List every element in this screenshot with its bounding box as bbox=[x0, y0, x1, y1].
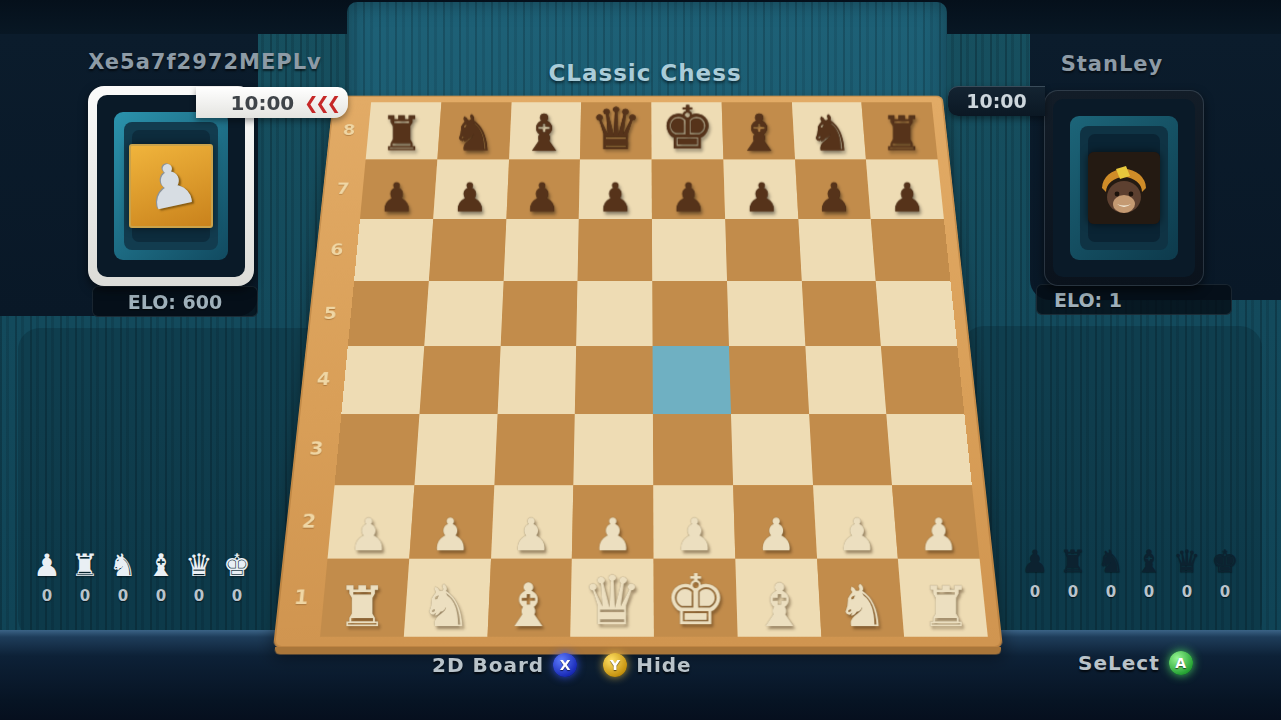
square-f6[interactable] bbox=[725, 219, 801, 281]
square-f5[interactable] bbox=[727, 281, 805, 346]
captured-count: 0 bbox=[80, 587, 90, 605]
square-e2[interactable]: ♟ bbox=[653, 485, 735, 559]
square-f7[interactable]: ♟ bbox=[723, 159, 798, 219]
knight-icon: ♞ bbox=[109, 550, 137, 581]
xbox-a-button-icon[interactable]: A bbox=[1169, 651, 1193, 675]
left-player-avatar: ♟ bbox=[129, 144, 213, 228]
square-b2[interactable]: ♟ bbox=[409, 485, 494, 559]
chimp-avatar-icon bbox=[1088, 152, 1160, 224]
square-e6[interactable] bbox=[652, 219, 727, 281]
square-b3[interactable] bbox=[414, 414, 497, 485]
captured-black-bishop: ♝0 bbox=[1130, 546, 1168, 601]
board-grid[interactable]: ♜♞♝♛♚♝♞♜♟♟♟♟♟♟♟♟♟♟♟♟♟♟♟♟♜♞♝♛♚♝♞♜ bbox=[320, 102, 988, 636]
select-hint[interactable]: SeLect A bbox=[1078, 651, 1193, 675]
piece-black-bishop[interactable]: ♝ bbox=[736, 107, 782, 158]
square-c5[interactable] bbox=[500, 281, 577, 346]
captured-tray-black: ♟0♜0♞0♝0♛0♚0 bbox=[1016, 546, 1244, 601]
left-clock-time: 10:00 bbox=[231, 91, 295, 115]
square-c2[interactable]: ♟ bbox=[491, 485, 574, 559]
queen-icon: ♛ bbox=[185, 550, 213, 581]
square-f1[interactable]: ♝ bbox=[735, 559, 821, 637]
captured-count: 0 bbox=[1144, 583, 1154, 601]
piece-white-queen[interactable]: ♛ bbox=[582, 567, 643, 635]
square-c4[interactable] bbox=[497, 346, 576, 414]
square-a8[interactable]: ♜ bbox=[366, 102, 442, 159]
piece-white-rook[interactable]: ♜ bbox=[337, 579, 387, 635]
piece-white-pawn[interactable]: ♟ bbox=[430, 512, 470, 557]
captured-count: 0 bbox=[232, 587, 242, 605]
square-d3[interactable] bbox=[574, 414, 654, 485]
bishop-icon: ♝ bbox=[147, 550, 175, 581]
square-f2[interactable]: ♟ bbox=[733, 485, 817, 559]
chess-board[interactable]: 87654321 ♜♞♝♛♚♝♞♜♟♟♟♟♟♟♟♟♟♟♟♟♟♟♟♟♜♞♝♛♚♝♞… bbox=[273, 96, 1003, 648]
captured-count: 0 bbox=[118, 587, 128, 605]
right-player-avatar bbox=[1088, 152, 1160, 224]
rank-label-3: 3 bbox=[291, 414, 342, 485]
square-g2[interactable]: ♟ bbox=[813, 485, 899, 559]
square-g1[interactable]: ♞ bbox=[817, 559, 905, 637]
right-player-name: StanLey bbox=[1012, 52, 1212, 76]
square-a6[interactable] bbox=[354, 219, 433, 281]
piece-white-pawn[interactable]: ♟ bbox=[919, 512, 959, 557]
square-g5[interactable] bbox=[801, 281, 881, 346]
captured-white-king: ♚0 bbox=[218, 550, 256, 605]
piece-black-pawn[interactable]: ♟ bbox=[452, 178, 488, 218]
square-c1[interactable]: ♝ bbox=[487, 559, 572, 637]
square-c7[interactable]: ♟ bbox=[506, 159, 580, 219]
square-c6[interactable] bbox=[503, 219, 579, 281]
rank-label-2: 2 bbox=[283, 485, 335, 559]
square-b5[interactable] bbox=[424, 281, 503, 346]
rank-label-4: 4 bbox=[299, 346, 348, 414]
piece-black-queen[interactable]: ♛ bbox=[590, 100, 642, 158]
square-h1[interactable]: ♜ bbox=[898, 559, 988, 637]
piece-white-pawn[interactable]: ♟ bbox=[674, 512, 714, 557]
piece-black-knight[interactable]: ♞ bbox=[451, 109, 495, 158]
square-a3[interactable] bbox=[335, 414, 420, 485]
piece-black-pawn[interactable]: ♟ bbox=[525, 178, 561, 218]
captured-white-pawn: ♟0 bbox=[28, 550, 66, 605]
rank-label-5: 5 bbox=[306, 281, 354, 346]
right-player-panel[interactable] bbox=[1044, 90, 1204, 286]
piece-black-rook[interactable]: ♜ bbox=[380, 110, 423, 158]
xbox-y-button-icon[interactable]: Y bbox=[603, 653, 627, 677]
xbox-x-button-icon[interactable]: X bbox=[553, 653, 577, 677]
captured-count: 0 bbox=[1068, 583, 1078, 601]
square-g4[interactable] bbox=[805, 346, 887, 414]
square-b8[interactable]: ♞ bbox=[437, 102, 511, 159]
square-b4[interactable] bbox=[419, 346, 500, 414]
pawn-icon: ♟ bbox=[33, 550, 61, 581]
captured-white-rook: ♜0 bbox=[66, 550, 104, 605]
square-d7[interactable]: ♟ bbox=[579, 159, 652, 219]
square-c8[interactable]: ♝ bbox=[509, 102, 582, 159]
bishop-icon: ♝ bbox=[1135, 546, 1163, 577]
captured-count: 0 bbox=[1030, 583, 1040, 601]
captured-count: 0 bbox=[1106, 583, 1116, 601]
square-e4[interactable] bbox=[653, 346, 731, 414]
bottom-hints: 2D Board X Y Hide bbox=[432, 653, 692, 677]
square-b1[interactable]: ♞ bbox=[404, 559, 491, 637]
piece-white-pawn[interactable]: ♟ bbox=[511, 512, 551, 557]
piece-black-pawn[interactable]: ♟ bbox=[889, 178, 925, 218]
piece-black-pawn[interactable]: ♟ bbox=[816, 178, 852, 218]
square-d4[interactable] bbox=[575, 346, 653, 414]
hint-hide[interactable]: Y Hide bbox=[603, 653, 691, 677]
rook-icon: ♜ bbox=[1059, 546, 1087, 577]
game-mode-title: CLassic Chess bbox=[465, 60, 825, 86]
square-e1[interactable]: ♚ bbox=[654, 559, 738, 637]
piece-black-rook[interactable]: ♜ bbox=[880, 110, 923, 158]
square-a4[interactable] bbox=[341, 346, 424, 414]
piece-white-knight[interactable]: ♞ bbox=[837, 577, 889, 635]
piece-black-bishop[interactable]: ♝ bbox=[522, 107, 568, 158]
hint-select-label: SeLect bbox=[1078, 651, 1160, 675]
piece-white-pawn[interactable]: ♟ bbox=[593, 512, 633, 557]
captured-black-pawn: ♟0 bbox=[1016, 546, 1054, 601]
piece-white-pawn[interactable]: ♟ bbox=[837, 512, 877, 557]
square-a2[interactable]: ♟ bbox=[328, 485, 415, 559]
square-g6[interactable] bbox=[798, 219, 876, 281]
knight-icon: ♞ bbox=[1097, 546, 1125, 577]
square-b7[interactable]: ♟ bbox=[433, 159, 509, 219]
piece-white-knight[interactable]: ♞ bbox=[419, 577, 471, 635]
captured-white-knight: ♞0 bbox=[104, 550, 142, 605]
captured-white-queen: ♛0 bbox=[180, 550, 218, 605]
square-h6[interactable] bbox=[871, 219, 951, 281]
piece-black-pawn[interactable]: ♟ bbox=[670, 178, 706, 218]
square-h8[interactable]: ♜ bbox=[862, 102, 938, 159]
piece-black-pawn[interactable]: ♟ bbox=[597, 178, 633, 218]
piece-white-pawn[interactable]: ♟ bbox=[348, 512, 388, 557]
square-d8[interactable]: ♛ bbox=[580, 102, 651, 159]
square-d2[interactable]: ♟ bbox=[572, 485, 654, 559]
right-clock-time: 10:00 bbox=[966, 90, 1026, 112]
square-a5[interactable] bbox=[348, 281, 429, 346]
piece-white-rook[interactable]: ♜ bbox=[921, 579, 971, 635]
piece-black-king[interactable]: ♚ bbox=[661, 98, 715, 158]
captured-black-queen: ♛0 bbox=[1168, 546, 1206, 601]
square-c3[interactable] bbox=[494, 414, 575, 485]
captured-tray-white: ♟0♜0♞0♝0♛0♚0 bbox=[28, 550, 256, 605]
captured-black-king: ♚0 bbox=[1206, 546, 1244, 601]
captured-count: 0 bbox=[1182, 583, 1192, 601]
hint-2d-board[interactable]: 2D Board X bbox=[432, 653, 577, 677]
rank-label-6: 6 bbox=[313, 219, 360, 281]
piece-black-knight[interactable]: ♞ bbox=[808, 109, 852, 158]
captured-count: 0 bbox=[42, 587, 52, 605]
square-f4[interactable] bbox=[729, 346, 809, 414]
rank-label-1: 1 bbox=[274, 559, 327, 637]
square-a7[interactable]: ♟ bbox=[360, 159, 437, 219]
piece-white-pawn[interactable]: ♟ bbox=[756, 512, 796, 557]
right-panel-inner bbox=[1053, 99, 1195, 277]
square-e5[interactable] bbox=[652, 281, 728, 346]
square-h3[interactable] bbox=[887, 414, 972, 485]
captured-white-bishop: ♝0 bbox=[142, 550, 180, 605]
square-d5[interactable] bbox=[576, 281, 652, 346]
white-piece-avatar-icon: ♟ bbox=[140, 152, 203, 220]
captured-count: 0 bbox=[156, 587, 166, 605]
queen-icon: ♛ bbox=[1173, 546, 1201, 577]
active-turn-chevrons-icon: ❮❮❮ bbox=[304, 93, 340, 113]
square-b6[interactable] bbox=[429, 219, 506, 281]
square-h5[interactable] bbox=[876, 281, 957, 346]
king-icon: ♚ bbox=[1211, 546, 1239, 577]
square-e3[interactable] bbox=[653, 414, 733, 485]
pawn-icon: ♟ bbox=[1021, 546, 1049, 577]
rook-icon: ♜ bbox=[71, 550, 99, 581]
captured-black-rook: ♜0 bbox=[1054, 546, 1092, 601]
right-player-clock: 10:00 bbox=[948, 86, 1045, 116]
piece-black-pawn[interactable]: ♟ bbox=[743, 178, 779, 218]
king-icon: ♚ bbox=[223, 550, 251, 581]
captured-count: 0 bbox=[194, 587, 204, 605]
right-player-elo: ELO: 1 bbox=[1036, 284, 1232, 315]
rank-label-7: 7 bbox=[320, 159, 366, 219]
captured-count: 0 bbox=[1220, 583, 1230, 601]
left-player-elo: ELO: 600 bbox=[92, 286, 258, 317]
hint-hide-label: Hide bbox=[636, 653, 691, 677]
square-f3[interactable] bbox=[731, 414, 813, 485]
square-d1[interactable]: ♛ bbox=[570, 559, 653, 637]
left-panel-inner: ♟ bbox=[97, 95, 245, 277]
square-a1[interactable]: ♜ bbox=[320, 559, 409, 637]
square-g7[interactable]: ♟ bbox=[795, 159, 871, 219]
square-g3[interactable] bbox=[809, 414, 893, 485]
left-player-name: Xe5a7f2972MEPLv bbox=[70, 50, 340, 74]
hint-2d-board-label: 2D Board bbox=[432, 653, 544, 677]
square-f8[interactable]: ♝ bbox=[721, 102, 794, 159]
square-d6[interactable] bbox=[578, 219, 653, 281]
left-player-clock: 10:00 ❮❮❮ bbox=[196, 87, 348, 118]
piece-white-bishop[interactable]: ♝ bbox=[752, 575, 806, 635]
captured-black-knight: ♞0 bbox=[1092, 546, 1130, 601]
square-h2[interactable]: ♟ bbox=[892, 485, 979, 559]
square-h4[interactable] bbox=[881, 346, 964, 414]
piece-black-pawn[interactable]: ♟ bbox=[379, 178, 415, 218]
square-e7[interactable]: ♟ bbox=[652, 159, 725, 219]
piece-white-king[interactable]: ♚ bbox=[664, 565, 727, 635]
square-h7[interactable]: ♟ bbox=[866, 159, 944, 219]
square-g8[interactable]: ♞ bbox=[792, 102, 867, 159]
square-e8[interactable]: ♚ bbox=[651, 102, 723, 159]
piece-white-bishop[interactable]: ♝ bbox=[502, 575, 556, 635]
